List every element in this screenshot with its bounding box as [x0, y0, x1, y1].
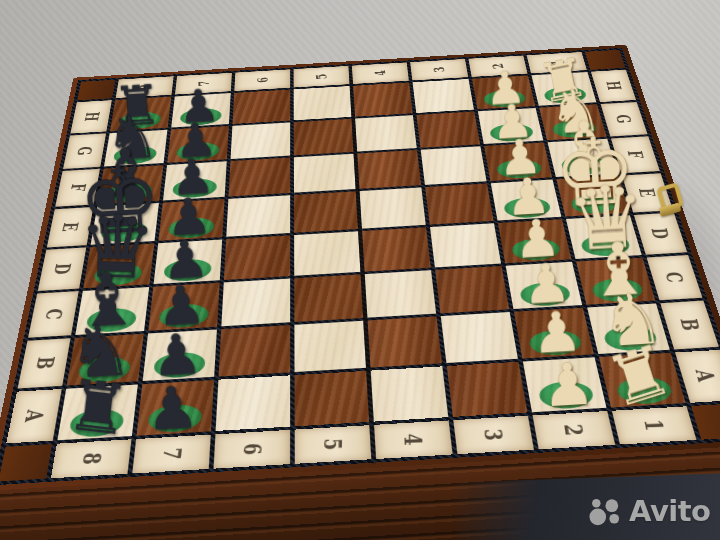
rank-label-text: 1 [638, 419, 669, 432]
right-file-label-B: B [660, 301, 719, 350]
file-label-text: A [690, 369, 720, 382]
square-e3 [425, 183, 493, 224]
frame-corner [691, 403, 720, 439]
square-h6 [233, 90, 291, 124]
square-h3 [413, 79, 474, 113]
white-pawn-a2: ♟ [540, 356, 595, 413]
rank-label-text: 3 [430, 66, 449, 73]
far-rank-label-6: 6 [234, 69, 290, 91]
square-f4 [357, 150, 421, 189]
square-h4 [353, 82, 413, 116]
frame-corner [585, 50, 625, 70]
rank-label-text: 4 [398, 433, 427, 446]
square-d6 [224, 235, 290, 280]
square-a6 [216, 375, 290, 431]
file-label-text: D [646, 227, 673, 239]
near-rank-label-5: 5 [295, 425, 372, 464]
square-g6 [231, 122, 291, 159]
square-a3 [447, 362, 528, 417]
rank-label-text: 5 [318, 438, 347, 451]
near-rank-label-6: 6 [214, 430, 291, 469]
square-d4 [362, 227, 431, 271]
square-a8: ♜ [57, 384, 137, 440]
square-e4 [360, 187, 426, 228]
black-rook-a8: ♜ [63, 372, 133, 443]
square-h5 [294, 86, 352, 120]
chess-board: 87654321H♜♟♟♜HG♞♟♟♞GF♝♟♟♝FE♚♟♟♚ED♛♟♟♛DC♝… [0, 45, 720, 491]
far-rank-label-3: 3 [410, 59, 468, 80]
near-rank-label-7: 7 [132, 435, 211, 474]
left-file-label-B: B [18, 338, 71, 388]
rank-label-text: 2 [558, 424, 588, 437]
square-a1: ♜ [599, 353, 686, 408]
far-rank-label-4: 4 [352, 62, 409, 84]
photo-stage: 87654321H♜♟♟♜HG♞♟♟♞GF♝♟♟♝FE♚♟♟♚ED♛♟♟♛DC♝… [0, 0, 720, 540]
square-b6 [219, 325, 290, 376]
file-label-text: H [601, 81, 625, 91]
black-pawn-a7: ♟ [144, 380, 199, 437]
file-label-text: C [660, 271, 688, 283]
square-d5 [294, 231, 360, 275]
rank-label-text: 8 [76, 452, 107, 465]
far-rank-label-5: 5 [294, 66, 350, 88]
rank-label-text: 6 [238, 443, 267, 456]
near-rank-label-1: 1 [612, 406, 697, 444]
rank-label-text: 4 [371, 70, 389, 77]
square-c3 [435, 266, 509, 313]
square-e6 [226, 195, 290, 237]
frame-corner [77, 80, 115, 101]
frame-corner [0, 444, 52, 481]
near-rank-label-3: 3 [453, 416, 534, 454]
square-a7: ♟ [137, 380, 214, 436]
square-e5 [294, 191, 358, 232]
avito-logo-text: Avito [629, 494, 711, 528]
file-label-text: C [40, 308, 68, 320]
square-g3 [417, 112, 481, 148]
near-rank-label-4: 4 [374, 420, 453, 459]
square-d3 [430, 223, 501, 267]
square-c5 [294, 274, 363, 322]
near-rank-label-8: 8 [51, 439, 132, 478]
near-rank-label-2: 2 [533, 411, 616, 449]
board-grid: 87654321H♜♟♟♜HG♞♟♟♞GF♝♟♟♝FE♚♟♟♚ED♛♟♟♛DC♝… [0, 48, 720, 485]
square-f3 [421, 146, 487, 185]
rank-label-text: 3 [478, 428, 508, 441]
rank-label-text: 7 [157, 447, 187, 460]
square-b3 [441, 312, 518, 363]
square-a2: ♟ [523, 357, 607, 412]
square-c4 [365, 270, 436, 317]
avito-logo-icon [588, 496, 624, 527]
square-g4 [355, 115, 417, 151]
file-label-text: H [80, 112, 104, 122]
file-label-text: B [30, 356, 59, 370]
square-b4 [368, 316, 442, 367]
square-f6 [229, 158, 291, 197]
file-label-text: A [19, 409, 49, 423]
square-a5 [295, 371, 370, 426]
board-scene: 87654321H♜♟♟♜HG♞♟♟♞GF♝♟♟♝FE♚♟♟♚ED♛♟♟♛DC♝… [0, 0, 720, 540]
square-c6 [221, 279, 290, 327]
square-g5 [294, 119, 354, 155]
rank-label-text: 6 [254, 77, 272, 84]
square-b5 [294, 321, 366, 372]
square-a4 [371, 366, 449, 421]
avito-watermark: Avito [588, 494, 711, 528]
square-f5 [294, 154, 356, 193]
left-file-label-A: A [6, 389, 61, 443]
rank-label-text: 5 [312, 73, 330, 80]
file-label-text: B [674, 318, 704, 331]
